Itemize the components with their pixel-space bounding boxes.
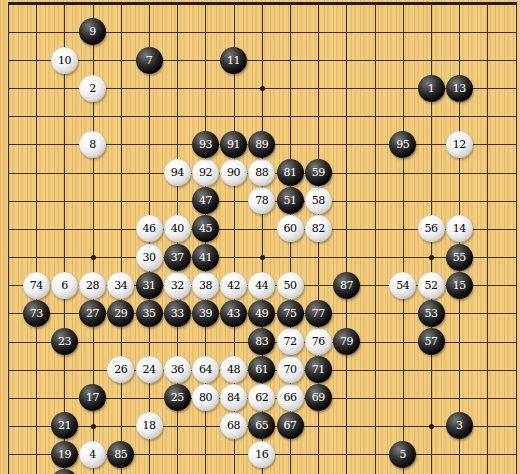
- move-number-label: 19: [58, 448, 71, 461]
- move-number-label: 31: [143, 279, 156, 292]
- stone-white-94: 94: [164, 159, 191, 186]
- stone-black-47: 47: [192, 187, 219, 214]
- move-number-label: 56: [425, 222, 438, 235]
- stone-black-51: 51: [277, 187, 304, 214]
- stone-white-12: 12: [446, 131, 473, 158]
- move-number-label: 51: [284, 194, 297, 207]
- move-number-label: 84: [227, 391, 240, 404]
- stone-black-55: 55: [446, 244, 473, 271]
- move-number-label: 10: [58, 54, 71, 67]
- move-number-label: 81: [284, 166, 297, 179]
- move-number-label: 42: [227, 279, 240, 292]
- stone-black-5: 5: [389, 441, 416, 468]
- stone-white-46: 46: [136, 215, 163, 242]
- move-number-label: 41: [199, 251, 212, 264]
- stone-black-11: 11: [220, 47, 247, 74]
- move-number-label: 89: [255, 138, 268, 151]
- grid-vline: [516, 4, 517, 474]
- move-number-label: 87: [340, 279, 353, 292]
- move-number-label: 71: [312, 363, 325, 376]
- stone-white-50: 50: [277, 272, 304, 299]
- move-number-label: 83: [255, 335, 268, 348]
- move-number-label: 79: [340, 335, 353, 348]
- grid-vline: [121, 4, 122, 474]
- stone-black-33: 33: [164, 300, 191, 327]
- move-number-label: 14: [453, 222, 466, 235]
- move-number-label: 26: [114, 363, 127, 376]
- move-number-label: 21: [58, 419, 71, 432]
- move-number-label: 93: [199, 138, 212, 151]
- stone-white-44: 44: [248, 272, 275, 299]
- move-number-label: 76: [312, 335, 325, 348]
- stone-white-80: 80: [192, 384, 219, 411]
- move-number-label: 44: [255, 279, 268, 292]
- go-board[interactable]: 1234567891011121314151617181921232425262…: [0, 0, 520, 474]
- move-number-label: 74: [30, 279, 43, 292]
- stone-black-23: 23: [51, 328, 78, 355]
- grid-vline: [403, 4, 404, 474]
- move-number-label: 16: [255, 448, 268, 461]
- move-number-label: 39: [199, 307, 212, 320]
- stone-black-91: 91: [220, 131, 247, 158]
- move-number-label: 53: [425, 307, 438, 320]
- stone-black-35: 35: [136, 300, 163, 327]
- move-number-label: 40: [171, 222, 184, 235]
- grid-vline: [487, 4, 488, 474]
- stone-white-82: 82: [305, 215, 332, 242]
- stone-white-74: 74: [23, 272, 50, 299]
- move-number-label: 28: [86, 279, 99, 292]
- grid-vline: [346, 4, 347, 474]
- move-number-label: 58: [312, 194, 325, 207]
- star-point: [91, 255, 96, 260]
- move-number-label: 45: [199, 222, 212, 235]
- move-number-label: 64: [199, 363, 212, 376]
- stone-white-58: 58: [305, 187, 332, 214]
- stone-white-16: 16: [248, 441, 275, 468]
- stone-white-24: 24: [136, 356, 163, 383]
- move-number-label: 48: [227, 363, 240, 376]
- move-number-label: 29: [114, 307, 127, 320]
- move-number-label: 57: [425, 335, 438, 348]
- stone-white-76: 76: [305, 328, 332, 355]
- move-number-label: 15: [453, 279, 466, 292]
- move-number-label: 24: [143, 363, 156, 376]
- move-number-label: 92: [199, 166, 212, 179]
- stone-black-41: 41: [192, 244, 219, 271]
- stone-black-7: 7: [136, 47, 163, 74]
- move-number-label: 49: [255, 307, 268, 320]
- stone-white-4: 4: [79, 441, 106, 468]
- star-point: [429, 255, 434, 260]
- move-number-label: 78: [255, 194, 268, 207]
- move-number-label: 32: [171, 279, 184, 292]
- move-number-label: 35: [143, 307, 156, 320]
- stone-white-40: 40: [164, 215, 191, 242]
- move-number-label: 90: [227, 166, 240, 179]
- stone-black-1: 1: [418, 75, 445, 102]
- stone-black-25: 25: [164, 384, 191, 411]
- stone-white-52: 52: [418, 272, 445, 299]
- stone-white-8: 8: [79, 131, 106, 158]
- stone-white-92: 92: [192, 159, 219, 186]
- move-number-label: 62: [255, 391, 268, 404]
- stone-white-32: 32: [164, 272, 191, 299]
- stone-white-6: 6: [51, 272, 78, 299]
- move-number-label: 73: [30, 307, 43, 320]
- move-number-label: 13: [453, 82, 466, 95]
- stone-black-43: 43: [220, 300, 247, 327]
- grid-vline: [375, 4, 376, 474]
- stone-white-10: 10: [51, 47, 78, 74]
- grid-vline: [8, 4, 9, 474]
- move-number-label: 54: [396, 279, 409, 292]
- stone-black-27: 27: [79, 300, 106, 327]
- move-number-label: 68: [227, 419, 240, 432]
- stone-white-70: 70: [277, 356, 304, 383]
- stone-black-15: 15: [446, 272, 473, 299]
- stone-black-3: 3: [446, 412, 473, 439]
- move-number-label: 47: [199, 194, 212, 207]
- move-number-label: 50: [284, 279, 297, 292]
- move-number-label: 65: [255, 419, 268, 432]
- move-number-label: 23: [58, 335, 71, 348]
- stone-white-72: 72: [277, 328, 304, 355]
- move-number-label: 55: [453, 251, 466, 264]
- move-number-label: 8: [89, 138, 96, 151]
- stone-black-53: 53: [418, 300, 445, 327]
- stone-black-37: 37: [164, 244, 191, 271]
- stone-white-42: 42: [220, 272, 247, 299]
- stone-black-31: 31: [136, 272, 163, 299]
- stone-white-66: 66: [277, 384, 304, 411]
- move-number-label: 59: [312, 166, 325, 179]
- move-number-label: 67: [284, 419, 297, 432]
- stone-black-81: 81: [277, 159, 304, 186]
- move-number-label: 60: [284, 222, 297, 235]
- stone-black-77: 77: [305, 300, 332, 327]
- stone-white-38: 38: [192, 272, 219, 299]
- stone-white-60: 60: [277, 215, 304, 242]
- stone-white-34: 34: [107, 272, 134, 299]
- move-number-label: 85: [114, 448, 127, 461]
- move-number-label: 5: [400, 448, 407, 461]
- move-number-label: 66: [284, 391, 297, 404]
- star-point: [429, 424, 434, 429]
- move-number-label: 9: [89, 25, 96, 38]
- star-point: [260, 86, 265, 91]
- move-number-label: 95: [396, 138, 409, 151]
- stone-black-69: 69: [305, 384, 332, 411]
- move-number-label: 4: [89, 448, 96, 461]
- stone-black-49: 49: [248, 300, 275, 327]
- move-number-label: 75: [284, 307, 297, 320]
- move-number-label: 88: [255, 166, 268, 179]
- move-number-label: 25: [171, 391, 184, 404]
- stone-black-67: 67: [277, 412, 304, 439]
- move-number-label: 7: [146, 54, 153, 67]
- move-number-label: 80: [199, 391, 212, 404]
- stone-black-73: 73: [23, 300, 50, 327]
- move-number-label: 91: [227, 138, 240, 151]
- move-number-label: 18: [143, 419, 156, 432]
- stone-white-64: 64: [192, 356, 219, 383]
- move-number-label: 33: [171, 307, 184, 320]
- stone-black-13: 13: [446, 75, 473, 102]
- stone-black-79: 79: [333, 328, 360, 355]
- stone-black-29: 29: [107, 300, 134, 327]
- move-number-label: 38: [199, 279, 212, 292]
- move-number-label: 37: [171, 251, 184, 264]
- move-number-label: 34: [114, 279, 127, 292]
- move-number-label: 11: [227, 54, 240, 67]
- move-number-label: 36: [171, 363, 184, 376]
- move-number-label: 69: [312, 391, 325, 404]
- stone-white-18: 18: [136, 412, 163, 439]
- stone-white-56: 56: [418, 215, 445, 242]
- move-number-label: 70: [284, 363, 297, 376]
- move-number-label: 1: [428, 82, 435, 95]
- stone-black-87: 87: [333, 272, 360, 299]
- star-point: [91, 424, 96, 429]
- move-number-label: 12: [453, 138, 466, 151]
- stone-white-30: 30: [136, 244, 163, 271]
- stone-black-71: 71: [305, 356, 332, 383]
- move-number-label: 27: [86, 307, 99, 320]
- grid-vline: [64, 4, 65, 474]
- move-number-label: 94: [171, 166, 184, 179]
- move-number-label: 30: [143, 251, 156, 264]
- move-number-label: 2: [89, 82, 96, 95]
- stone-black-85: 85: [107, 441, 134, 468]
- move-number-label: 17: [86, 391, 99, 404]
- stone-black-75: 75: [277, 300, 304, 327]
- stone-white-90: 90: [220, 159, 247, 186]
- grid-vline: [36, 4, 37, 474]
- move-number-label: 6: [61, 279, 68, 292]
- stone-black-57: 57: [418, 328, 445, 355]
- star-point: [260, 255, 265, 260]
- stone-black-59: 59: [305, 159, 332, 186]
- move-number-label: 61: [255, 363, 268, 376]
- stone-white-54: 54: [389, 272, 416, 299]
- move-number-label: 52: [425, 279, 438, 292]
- move-number-label: 77: [312, 307, 325, 320]
- move-number-label: 82: [312, 222, 325, 235]
- move-number-label: 43: [227, 307, 240, 320]
- stone-white-36: 36: [164, 356, 191, 383]
- stone-white-28: 28: [79, 272, 106, 299]
- move-number-label: 3: [456, 419, 463, 432]
- stone-white-14: 14: [446, 215, 473, 242]
- stone-black-19: 19: [51, 441, 78, 468]
- stone-black-39: 39: [192, 300, 219, 327]
- move-number-label: 72: [284, 335, 297, 348]
- move-number-label: 46: [143, 222, 156, 235]
- stone-white-2: 2: [79, 75, 106, 102]
- stone-black-93: 93: [192, 131, 219, 158]
